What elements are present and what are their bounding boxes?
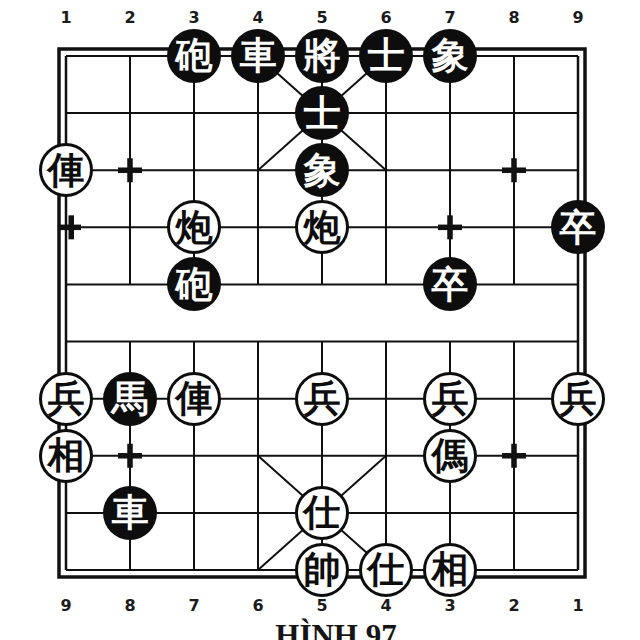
file-label-top-3: 3 [188,8,199,27]
file-label-top-9: 9 [572,8,583,27]
board-point-1-3: 俥 [34,142,98,199]
board-point-7-1: 象 [418,27,482,84]
piece-black-chariot[interactable]: 車 [103,486,157,540]
piece-white-horse[interactable]: 傌 [423,429,477,483]
board-point-3-1: 砲 [162,27,226,84]
file-label-top-7: 7 [444,8,455,27]
file-label-top-8: 8 [508,8,519,27]
board-point-5-7: 兵 [290,370,354,427]
board-point-7-8: 傌 [418,427,482,484]
board-point-4-1: 車 [226,27,290,84]
xiangqi-board: 砲車將士象士俥象炮炮卒砲卒兵馬俥兵兵兵相傌車仕帥仕相 [34,27,610,598]
board-point-9-7: 兵 [546,370,610,427]
file-label-top-4: 4 [252,8,263,27]
board-point-7-7: 兵 [418,370,482,427]
piece-white-soldier[interactable]: 兵 [39,372,93,426]
piece-black-advisor[interactable]: 士 [359,29,413,83]
board-point-5-4: 炮 [290,199,354,256]
board-point-1-7: 兵 [34,370,98,427]
piece-white-cannon[interactable]: 炮 [167,200,221,254]
board-point-2-7: 馬 [98,370,162,427]
board-point-6-1: 士 [354,27,418,84]
board-point-5-3: 象 [290,142,354,199]
piece-black-elephant[interactable]: 象 [295,143,349,197]
piece-black-chariot[interactable]: 車 [231,29,285,83]
board-point-7-10: 相 [418,541,482,598]
piece-white-chariot[interactable]: 俥 [39,143,93,197]
figure-caption: HÌNH 97 [275,618,396,640]
board-point-5-10: 帥 [290,541,354,598]
piece-white-general[interactable]: 帥 [295,543,349,597]
file-label-top-5: 5 [316,8,327,27]
piece-white-cannon[interactable]: 炮 [295,200,349,254]
board-point-2-9: 車 [98,484,162,541]
board-point-5-9: 仕 [290,484,354,541]
board-point-7-5: 卒 [418,256,482,313]
piece-white-soldier[interactable]: 兵 [551,372,605,426]
board-point-3-4: 炮 [162,199,226,256]
piece-white-soldier[interactable]: 兵 [295,372,349,426]
board-point-1-8: 相 [34,427,98,484]
board-point-6-10: 仕 [354,541,418,598]
file-label-top-2: 2 [124,8,135,27]
piece-black-cannon[interactable]: 砲 [167,257,221,311]
piece-white-chariot[interactable]: 俥 [167,372,221,426]
piece-white-soldier[interactable]: 兵 [423,372,477,426]
piece-white-elephant[interactable]: 相 [423,543,477,597]
piece-white-advisor[interactable]: 仕 [359,543,413,597]
piece-white-advisor[interactable]: 仕 [295,486,349,540]
piece-black-soldier[interactable]: 卒 [551,200,605,254]
piece-black-cannon[interactable]: 砲 [167,29,221,83]
piece-black-horse[interactable]: 馬 [103,372,157,426]
piece-black-soldier[interactable]: 卒 [423,257,477,311]
piece-black-general[interactable]: 將 [295,29,349,83]
piece-white-elephant[interactable]: 相 [39,429,93,483]
board-point-3-5: 砲 [162,256,226,313]
file-label-top-1: 1 [60,8,71,27]
piece-black-advisor[interactable]: 士 [295,86,349,140]
board-point-5-2: 士 [290,85,354,142]
piece-black-elephant[interactable]: 象 [423,29,477,83]
xiangqi-diagram: 123456789 987654321 砲車將士象士俥象炮炮卒砲卒兵馬俥兵兵兵相… [0,0,640,640]
board-point-9-4: 卒 [546,199,610,256]
file-label-top-6: 6 [380,8,391,27]
board-point-3-7: 俥 [162,370,226,427]
board-point-5-1: 將 [290,27,354,84]
